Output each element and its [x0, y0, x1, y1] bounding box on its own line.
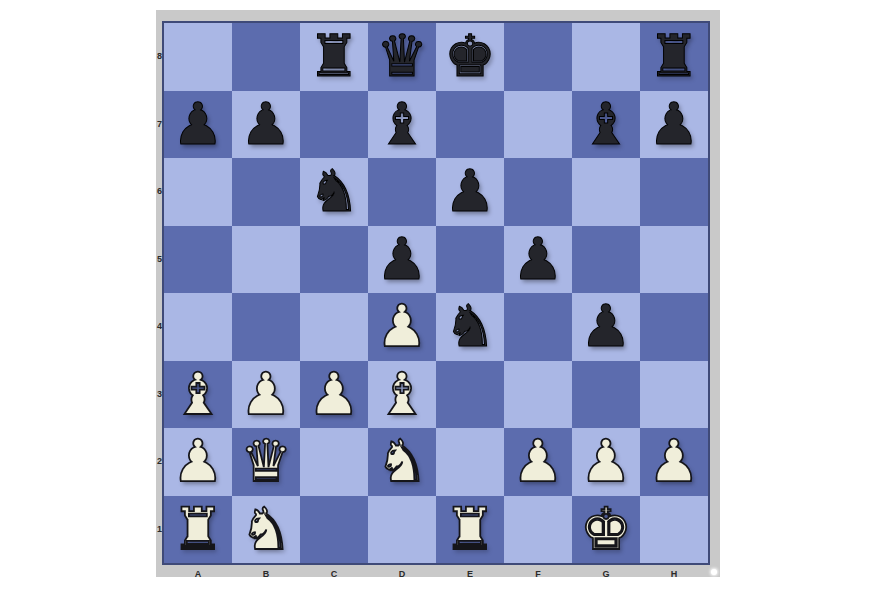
file-label-f: F — [504, 566, 572, 584]
piece-black-pawn[interactable]: ♟ — [368, 226, 436, 294]
square-f7[interactable] — [504, 91, 572, 159]
square-b6[interactable] — [232, 158, 300, 226]
file-label-c: C — [300, 566, 368, 584]
square-d1[interactable] — [368, 496, 436, 564]
square-f6[interactable] — [504, 158, 572, 226]
square-c3[interactable]: ♟ — [300, 361, 368, 429]
square-b5[interactable] — [232, 226, 300, 294]
square-c2[interactable] — [300, 428, 368, 496]
piece-black-pawn[interactable]: ♟ — [504, 226, 572, 294]
square-g5[interactable] — [572, 226, 640, 294]
square-g8[interactable] — [572, 23, 640, 91]
rank-label-3: 3 — [156, 361, 163, 429]
square-h3[interactable] — [640, 361, 708, 429]
square-a6[interactable] — [164, 158, 232, 226]
rank-label-6: 6 — [156, 158, 163, 226]
square-b1[interactable]: ♞ — [232, 496, 300, 564]
square-e2[interactable] — [436, 428, 504, 496]
piece-black-pawn[interactable]: ♟ — [640, 91, 708, 159]
square-d5[interactable]: ♟ — [368, 226, 436, 294]
piece-black-pawn[interactable]: ♟ — [436, 158, 504, 226]
square-d3[interactable]: ♝ — [368, 361, 436, 429]
square-c7[interactable] — [300, 91, 368, 159]
piece-white-knight[interactable]: ♞ — [368, 428, 436, 496]
square-a2[interactable]: ♟ — [164, 428, 232, 496]
square-g6[interactable] — [572, 158, 640, 226]
square-h7[interactable]: ♟ — [640, 91, 708, 159]
square-a5[interactable] — [164, 226, 232, 294]
rank-label-1: 1 — [156, 496, 163, 564]
square-h8[interactable]: ♜ — [640, 23, 708, 91]
piece-white-pawn[interactable]: ♟ — [232, 361, 300, 429]
square-g4[interactable]: ♟ — [572, 293, 640, 361]
square-h4[interactable] — [640, 293, 708, 361]
piece-black-knight[interactable]: ♞ — [436, 293, 504, 361]
piece-black-knight[interactable]: ♞ — [300, 158, 368, 226]
square-c6[interactable]: ♞ — [300, 158, 368, 226]
square-f4[interactable] — [504, 293, 572, 361]
rank-label-4: 4 — [156, 293, 163, 361]
piece-white-pawn[interactable]: ♟ — [504, 428, 572, 496]
page-background: ♜♛♚♜♟♟♝♝♟♞♟♟♟♟♞♟♝♟♟♝♟♛♞♟♟♟♜♞♜♚ 87654321 … — [0, 0, 881, 592]
square-h6[interactable] — [640, 158, 708, 226]
file-label-a: A — [164, 566, 232, 584]
piece-white-rook[interactable]: ♜ — [164, 496, 232, 564]
square-f8[interactable] — [504, 23, 572, 91]
piece-white-knight[interactable]: ♞ — [232, 496, 300, 564]
board-panel: ♜♛♚♜♟♟♝♝♟♞♟♟♟♟♞♟♝♟♟♝♟♛♞♟♟♟♜♞♜♚ 87654321 … — [156, 10, 720, 577]
rank-label-2: 2 — [156, 428, 163, 496]
piece-white-pawn[interactable]: ♟ — [300, 361, 368, 429]
square-d6[interactable] — [368, 158, 436, 226]
piece-black-rook[interactable]: ♜ — [640, 23, 708, 91]
square-c1[interactable] — [300, 496, 368, 564]
file-label-g: G — [572, 566, 640, 584]
square-f3[interactable] — [504, 361, 572, 429]
square-a8[interactable] — [164, 23, 232, 91]
piece-white-pawn[interactable]: ♟ — [368, 293, 436, 361]
square-e1[interactable]: ♜ — [436, 496, 504, 564]
square-h5[interactable] — [640, 226, 708, 294]
side-to-move-indicator-white — [711, 569, 717, 575]
piece-black-bishop[interactable]: ♝ — [572, 91, 640, 159]
file-label-h: H — [640, 566, 708, 584]
square-d8[interactable]: ♛ — [368, 23, 436, 91]
chess-board: ♜♛♚♜♟♟♝♝♟♞♟♟♟♟♞♟♝♟♟♝♟♛♞♟♟♟♜♞♜♚ — [162, 21, 710, 565]
square-b2[interactable]: ♛ — [232, 428, 300, 496]
square-e6[interactable]: ♟ — [436, 158, 504, 226]
square-b4[interactable] — [232, 293, 300, 361]
piece-black-bishop[interactable]: ♝ — [368, 91, 436, 159]
piece-black-queen[interactable]: ♛ — [368, 23, 436, 91]
square-a3[interactable]: ♝ — [164, 361, 232, 429]
square-g7[interactable]: ♝ — [572, 91, 640, 159]
square-a4[interactable] — [164, 293, 232, 361]
piece-black-pawn[interactable]: ♟ — [164, 91, 232, 159]
square-c4[interactable] — [300, 293, 368, 361]
square-f1[interactable] — [504, 496, 572, 564]
square-c5[interactable] — [300, 226, 368, 294]
piece-white-rook[interactable]: ♜ — [436, 496, 504, 564]
file-label-b: B — [232, 566, 300, 584]
square-e8[interactable]: ♚ — [436, 23, 504, 91]
square-e5[interactable] — [436, 226, 504, 294]
square-d4[interactable]: ♟ — [368, 293, 436, 361]
square-b8[interactable] — [232, 23, 300, 91]
square-g1[interactable]: ♚ — [572, 496, 640, 564]
rank-label-7: 7 — [156, 91, 163, 159]
square-e7[interactable] — [436, 91, 504, 159]
square-h1[interactable] — [640, 496, 708, 564]
square-b3[interactable]: ♟ — [232, 361, 300, 429]
piece-white-bishop[interactable]: ♝ — [164, 361, 232, 429]
square-g2[interactable]: ♟ — [572, 428, 640, 496]
piece-white-pawn[interactable]: ♟ — [572, 428, 640, 496]
square-h2[interactable]: ♟ — [640, 428, 708, 496]
square-b7[interactable]: ♟ — [232, 91, 300, 159]
piece-black-pawn[interactable]: ♟ — [572, 293, 640, 361]
rank-label-5: 5 — [156, 226, 163, 294]
piece-black-rook[interactable]: ♜ — [300, 23, 368, 91]
file-label-e: E — [436, 566, 504, 584]
piece-black-pawn[interactable]: ♟ — [232, 91, 300, 159]
square-g3[interactable] — [572, 361, 640, 429]
square-f2[interactable]: ♟ — [504, 428, 572, 496]
square-d2[interactable]: ♞ — [368, 428, 436, 496]
square-e3[interactable] — [436, 361, 504, 429]
square-f5[interactable]: ♟ — [504, 226, 572, 294]
square-d7[interactable]: ♝ — [368, 91, 436, 159]
piece-white-pawn[interactable]: ♟ — [164, 428, 232, 496]
piece-white-queen[interactable]: ♛ — [232, 428, 300, 496]
file-label-d: D — [368, 566, 436, 584]
square-a7[interactable]: ♟ — [164, 91, 232, 159]
piece-white-bishop[interactable]: ♝ — [368, 361, 436, 429]
square-c8[interactable]: ♜ — [300, 23, 368, 91]
square-a1[interactable]: ♜ — [164, 496, 232, 564]
piece-white-king[interactable]: ♚ — [572, 496, 640, 564]
piece-white-pawn[interactable]: ♟ — [640, 428, 708, 496]
rank-label-8: 8 — [156, 23, 163, 91]
square-e4[interactable]: ♞ — [436, 293, 504, 361]
piece-black-king[interactable]: ♚ — [436, 23, 504, 91]
